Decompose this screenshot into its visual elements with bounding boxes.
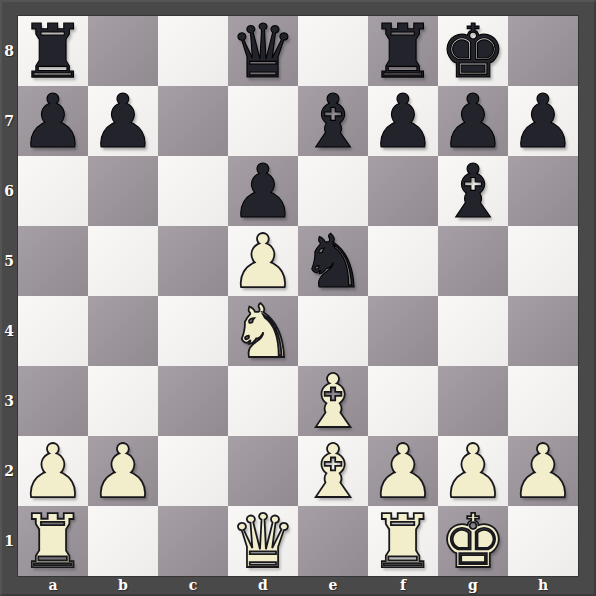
square-d8[interactable]: ♛ (228, 16, 298, 86)
piece-black-pawn[interactable]: ♟ (20, 86, 86, 156)
piece-black-pawn[interactable]: ♟ (230, 156, 296, 226)
square-f6[interactable] (368, 156, 438, 226)
square-d4[interactable]: ♞ (228, 296, 298, 366)
square-g5[interactable] (438, 226, 508, 296)
piece-white-pawn[interactable]: ♟ (440, 436, 506, 506)
rank-label-6: 6 (0, 156, 18, 226)
rank-label-3: 3 (0, 366, 18, 436)
square-h2[interactable]: ♟ (508, 436, 578, 506)
piece-black-pawn[interactable]: ♟ (510, 86, 576, 156)
rank-label-5: 5 (0, 226, 18, 296)
piece-black-pawn[interactable]: ♟ (90, 86, 156, 156)
rank-label-8: 8 (0, 16, 18, 86)
piece-black-knight[interactable]: ♞ (300, 226, 366, 296)
file-label-e: e (298, 576, 368, 596)
square-e4[interactable] (298, 296, 368, 366)
square-b4[interactable] (88, 296, 158, 366)
rank-label-1: 1 (0, 506, 18, 576)
square-a4[interactable] (18, 296, 88, 366)
square-d5[interactable]: ♟ (228, 226, 298, 296)
file-label-d: d (228, 576, 298, 596)
square-b3[interactable] (88, 366, 158, 436)
square-f8[interactable]: ♜ (368, 16, 438, 86)
square-h3[interactable] (508, 366, 578, 436)
square-b7[interactable]: ♟ (88, 86, 158, 156)
square-h7[interactable]: ♟ (508, 86, 578, 156)
square-a1[interactable]: ♜ (18, 506, 88, 576)
piece-white-rook[interactable]: ♜ (20, 506, 86, 576)
piece-black-rook[interactable]: ♜ (20, 16, 86, 86)
square-g6[interactable]: ♝ (438, 156, 508, 226)
square-h4[interactable] (508, 296, 578, 366)
square-c3[interactable] (158, 366, 228, 436)
square-e2[interactable]: ♝ (298, 436, 368, 506)
file-label-h: h (508, 576, 578, 596)
square-h5[interactable] (508, 226, 578, 296)
square-d1[interactable]: ♛ (228, 506, 298, 576)
square-g4[interactable] (438, 296, 508, 366)
square-b1[interactable] (88, 506, 158, 576)
rank-label-7: 7 (0, 86, 18, 156)
chessboard: ♜♛♜♚♟♟♝♟♟♟♟♝♟♞♞♝♟♟♝♟♟♟♜♛♜♚ (18, 16, 578, 576)
file-label-c: c (158, 576, 228, 596)
rank-label-4: 4 (0, 296, 18, 366)
square-f4[interactable] (368, 296, 438, 366)
square-h6[interactable] (508, 156, 578, 226)
square-c6[interactable] (158, 156, 228, 226)
piece-black-king[interactable]: ♚ (440, 16, 506, 86)
square-c1[interactable] (158, 506, 228, 576)
piece-black-rook[interactable]: ♜ (370, 16, 436, 86)
piece-black-queen[interactable]: ♛ (230, 16, 296, 86)
square-c2[interactable] (158, 436, 228, 506)
square-f7[interactable]: ♟ (368, 86, 438, 156)
piece-white-pawn[interactable]: ♟ (510, 436, 576, 506)
piece-white-queen[interactable]: ♛ (230, 506, 296, 576)
square-a6[interactable] (18, 156, 88, 226)
piece-white-knight[interactable]: ♞ (230, 296, 296, 366)
square-a8[interactable]: ♜ (18, 16, 88, 86)
square-g7[interactable]: ♟ (438, 86, 508, 156)
piece-black-bishop[interactable]: ♝ (440, 156, 506, 226)
square-f2[interactable]: ♟ (368, 436, 438, 506)
piece-white-bishop[interactable]: ♝ (300, 436, 366, 506)
square-a7[interactable]: ♟ (18, 86, 88, 156)
piece-white-king[interactable]: ♚ (440, 506, 506, 576)
piece-black-bishop[interactable]: ♝ (300, 86, 366, 156)
square-h1[interactable] (508, 506, 578, 576)
file-label-g: g (438, 576, 508, 596)
piece-black-pawn[interactable]: ♟ (440, 86, 506, 156)
square-e8[interactable] (298, 16, 368, 86)
rank-label-2: 2 (0, 436, 18, 506)
square-d3[interactable] (228, 366, 298, 436)
square-e5[interactable]: ♞ (298, 226, 368, 296)
square-a3[interactable] (18, 366, 88, 436)
square-g3[interactable] (438, 366, 508, 436)
square-b6[interactable] (88, 156, 158, 226)
piece-white-rook[interactable]: ♜ (370, 506, 436, 576)
square-e6[interactable] (298, 156, 368, 226)
square-d6[interactable]: ♟ (228, 156, 298, 226)
square-g2[interactable]: ♟ (438, 436, 508, 506)
square-c4[interactable] (158, 296, 228, 366)
piece-white-pawn[interactable]: ♟ (90, 436, 156, 506)
square-c7[interactable] (158, 86, 228, 156)
square-e7[interactable]: ♝ (298, 86, 368, 156)
square-d7[interactable] (228, 86, 298, 156)
square-d2[interactable] (228, 436, 298, 506)
file-label-a: a (18, 576, 88, 596)
square-b8[interactable] (88, 16, 158, 86)
piece-white-bishop[interactable]: ♝ (300, 366, 366, 436)
square-g1[interactable]: ♚ (438, 506, 508, 576)
square-f5[interactable] (368, 226, 438, 296)
piece-white-pawn[interactable]: ♟ (20, 436, 86, 506)
square-b2[interactable]: ♟ (88, 436, 158, 506)
piece-black-pawn[interactable]: ♟ (370, 86, 436, 156)
square-a5[interactable] (18, 226, 88, 296)
square-f1[interactable]: ♜ (368, 506, 438, 576)
chessboard-frame: ♜♛♜♚♟♟♝♟♟♟♟♝♟♞♞♝♟♟♝♟♟♟♜♛♜♚ 87654321abcde… (0, 0, 596, 596)
piece-white-pawn[interactable]: ♟ (230, 226, 296, 296)
square-c8[interactable] (158, 16, 228, 86)
square-c5[interactable] (158, 226, 228, 296)
file-label-b: b (88, 576, 158, 596)
square-a2[interactable]: ♟ (18, 436, 88, 506)
square-e3[interactable]: ♝ (298, 366, 368, 436)
square-g8[interactable]: ♚ (438, 16, 508, 86)
square-h8[interactable] (508, 16, 578, 86)
square-b5[interactable] (88, 226, 158, 296)
square-f3[interactable] (368, 366, 438, 436)
piece-white-pawn[interactable]: ♟ (370, 436, 436, 506)
square-e1[interactable] (298, 506, 368, 576)
file-label-f: f (368, 576, 438, 596)
